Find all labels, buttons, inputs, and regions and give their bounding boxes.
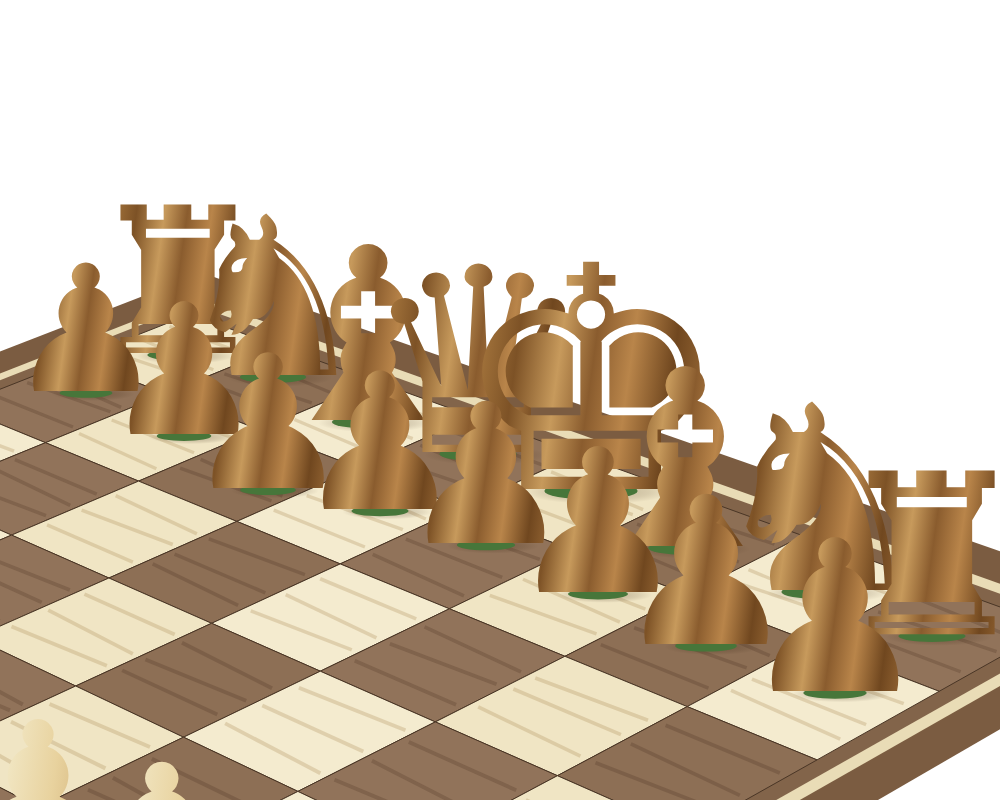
chess-board-photo: ♜♞♟♝♟♛♟♚♟♟♝♞♟♜♟♟♟♟ — [0, 0, 1000, 800]
black-pawn-h7: ♟ — [740, 495, 929, 741]
chess-set-product-photo: ♜♞♟♝♟♛♟♚♟♟♝♞♟♜♟♟♟♟ — [0, 0, 1000, 800]
white-pawn-cropped: ♟ — [68, 720, 256, 800]
